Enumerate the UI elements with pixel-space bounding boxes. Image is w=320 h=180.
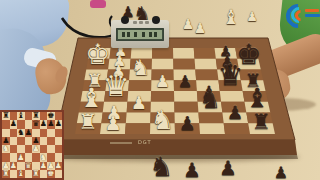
- diagram-square-d6: ♟: [25, 129, 33, 137]
- diagram-square-d8: [25, 112, 33, 120]
- table-piece-black-pawn: ♟: [274, 165, 288, 180]
- diagram-piece-black-p: ♟: [47, 120, 54, 128]
- diagram-square-a4: ♞: [2, 145, 10, 153]
- diagram-square-h7: ♟: [55, 120, 63, 128]
- diagram-square-f2: ♟: [40, 162, 48, 170]
- table-piece-black-knight: ♞: [149, 153, 173, 180]
- table-piece-white-bishop: ♝: [222, 7, 240, 27]
- piece-white-r-a1: ♜: [79, 111, 98, 133]
- diagram-piece-white-p: ♟: [17, 153, 24, 161]
- diagram-square-a8: ♜: [2, 112, 10, 120]
- logo-text-line: [305, 9, 319, 12]
- piece-black-q-e7: ♛: [218, 61, 244, 90]
- logo-text-line: [305, 14, 320, 17]
- diagram-piece-white-b: ♝: [17, 170, 24, 178]
- chess-board-3d: ♟♟♚♟♟♚♟♞♟♜♟♟♛♜♛♟♝♟♞♝♟♟♜♟♞♟♜ DGT: [50, 28, 300, 162]
- diagram-square-h5: [55, 137, 63, 145]
- table-piece-white-pawn: ♟: [246, 10, 258, 23]
- diagram-grid: ♜♝♜♚♟♛♟♟♟♞♟♟♟♞♟♟♞♟♟♛♟♟♟♜♝♜♚: [2, 112, 62, 178]
- clock-display: [116, 28, 164, 41]
- position-diagram: ♜♝♜♚♟♛♟♟♟♞♟♟♟♞♟♟♞♟♟♛♟♟♟♜♝♜♚: [0, 110, 64, 180]
- board-pieces: ♟♟♚♟♟♚♟♞♟♜♟♟♛♜♛♟♝♟♞♝♟♟♜♟♞♟♜: [50, 28, 300, 162]
- clock-lever-right: [152, 16, 160, 24]
- diagram-square-g1: ♚: [47, 170, 55, 178]
- diagram-piece-white-r: ♜: [2, 170, 9, 178]
- table-piece-black-pawn: ♟: [183, 160, 201, 180]
- diagram-square-d5: [25, 137, 33, 145]
- diagram-square-c3: ♟: [17, 153, 25, 161]
- diagram-square-h4: [55, 145, 63, 153]
- piece-white-p-c3: ♟: [131, 94, 147, 112]
- diagram-piece-white-r: ♜: [32, 170, 39, 178]
- diagram-square-c5: [17, 137, 25, 145]
- clock-lever-left: [121, 16, 129, 24]
- diagram-piece-black-p: ♟: [10, 120, 17, 128]
- piece-black-p-a5: ♟: [179, 114, 196, 133]
- diagram-square-d2: ♛: [25, 162, 33, 170]
- piece-white-b-c1: ♝: [80, 85, 104, 112]
- diagram-piece-black-b: ♝: [17, 112, 24, 120]
- diagram-square-b7: ♟: [10, 120, 18, 128]
- diagram-square-e3: [32, 153, 40, 161]
- diagram-square-e4: ♟: [32, 145, 40, 153]
- diagram-piece-white-p: ♟: [55, 162, 62, 170]
- diagram-piece-white-k: ♚: [47, 170, 54, 178]
- diagram-square-g4: [47, 145, 55, 153]
- diagram-square-e7: ♛: [32, 120, 40, 128]
- piece-white-k-g1: ♚: [85, 40, 110, 68]
- diagram-piece-black-p: ♟: [25, 128, 32, 136]
- dgt-logo: DGT: [138, 139, 152, 145]
- diagram-square-f7: ♟: [40, 120, 48, 128]
- diagram-square-c8: ♝: [17, 112, 25, 120]
- piece-black-r-a8: ♜: [252, 111, 271, 133]
- diagram-piece-black-r: ♜: [2, 112, 9, 120]
- diagram-piece-black-p: ♟: [55, 120, 62, 128]
- piece-black-b-c8: ♝: [245, 85, 269, 112]
- diagram-square-h1: [55, 170, 63, 178]
- diagram-piece-black-p: ♟: [40, 120, 47, 128]
- diagram-piece-black-n: ♞: [17, 128, 24, 136]
- diagram-square-g5: [47, 137, 55, 145]
- diagram-square-b4: [10, 145, 18, 153]
- piece-black-p-e5: ♟: [178, 74, 193, 90]
- diagram-square-a1: ♜: [2, 170, 10, 178]
- board-edge-marking: [110, 142, 132, 144]
- diagram-square-c1: ♝: [17, 170, 25, 178]
- diagram-square-b1: [10, 170, 18, 178]
- piece-white-p-a2: ♟: [104, 114, 121, 133]
- diagram-square-g7: ♟: [47, 120, 55, 128]
- diagram-square-d4: [25, 145, 33, 153]
- diagram-piece-white-p: ♟: [32, 145, 39, 153]
- diagram-square-b5: [10, 137, 18, 145]
- piece-white-q-d2: ♛: [103, 71, 130, 101]
- diagram-piece-white-n: ♞: [2, 145, 9, 153]
- chess-clock: [111, 20, 169, 48]
- diagram-square-h2: ♟: [55, 162, 63, 170]
- diagram-square-e1: ♜: [32, 170, 40, 178]
- diagram-piece-white-p: ♟: [10, 162, 17, 170]
- diagram-piece-white-p: ♟: [40, 162, 47, 170]
- clock-digits: [118, 30, 162, 39]
- piece-black-n-c6: ♞: [199, 87, 221, 111]
- diagram-square-h6: [55, 129, 63, 137]
- diagram-piece-black-q: ♛: [32, 120, 39, 128]
- broadcast-frame: ♟♞♟♟♝♟ ♟♟♚♟♟♚♟♞♟♜♟♟♛♜♛♟♝♟♞♝♟♟♜♟♞♟♜ DGT ♞…: [0, 0, 320, 180]
- diagram-square-f5: [40, 137, 48, 145]
- piece-white-p-e4: ♟: [155, 74, 170, 90]
- diagram-square-d1: [25, 170, 33, 178]
- diagram-square-f1: [40, 170, 48, 178]
- diagram-square-c6: ♞: [17, 129, 25, 137]
- diagram-square-g6: [47, 129, 55, 137]
- diagram-square-f6: [40, 129, 48, 137]
- table-piece-black-pawn: ♟: [219, 158, 237, 178]
- diagram-square-b6: [10, 129, 18, 137]
- channel-logo: [286, 2, 320, 29]
- diagram-piece-white-q: ♛: [25, 162, 32, 170]
- diagram-square-a7: [2, 120, 10, 128]
- piece-white-n-a4: ♞: [151, 107, 175, 133]
- piece-white-n-f3: ♞: [131, 58, 150, 80]
- diagram-square-b2: ♟: [10, 162, 18, 170]
- piece-black-p-b7: ♟: [227, 104, 244, 123]
